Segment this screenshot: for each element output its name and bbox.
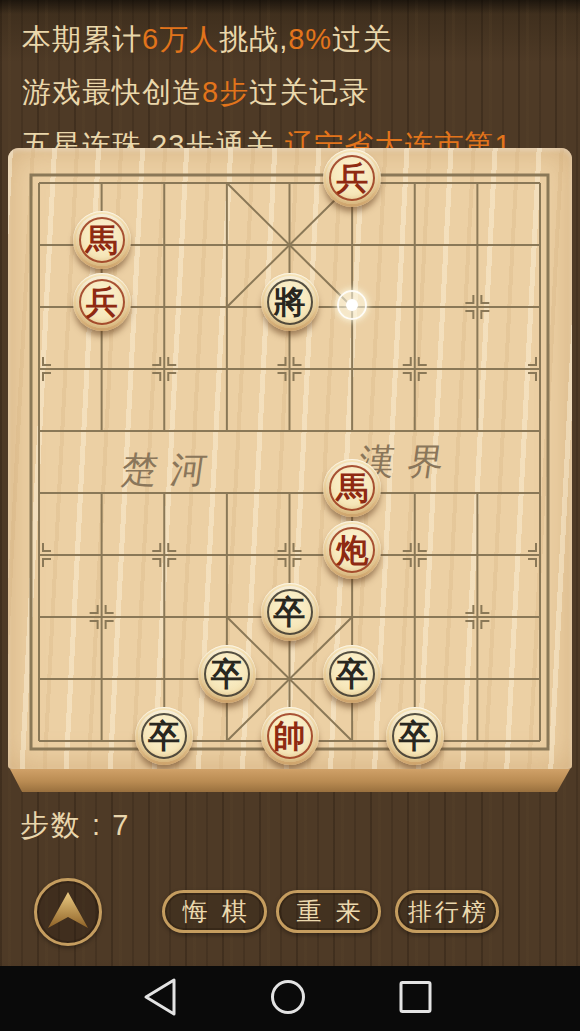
xiangqi-board[interactable]: 楚河漢界 兵 馬 兵 將 馬 [8, 148, 572, 792]
piece-black-soldier[interactable]: 卒 [261, 583, 319, 641]
piece-red-general[interactable]: 帥 [261, 707, 319, 765]
header-line-challengers: 本期累计6万人挑战,8%过关 [22, 20, 392, 60]
piece-red-soldier[interactable]: 兵 [73, 273, 131, 331]
restart-button[interactable]: 重来 [276, 890, 381, 933]
undo-move-button[interactable]: 悔棋 [162, 890, 267, 933]
piece-black-soldier[interactable]: 卒 [323, 645, 381, 703]
app-background: 本期累计6万人挑战,8%过关 游戏最快创造8步过关记录 五星连珠 23步通关 辽… [0, 0, 580, 1031]
header-text-segment: 过关 [332, 23, 392, 55]
piece-char: 兵 [323, 149, 381, 207]
header-text-segment: 挑战, [219, 23, 288, 55]
piece-red-horse[interactable]: 馬 [323, 459, 381, 517]
header-text-segment: 8% [288, 23, 332, 55]
move-counter-value: 7 [112, 809, 130, 841]
piece-black-soldier[interactable]: 卒 [135, 707, 193, 765]
header-text-segment: 6万人 [142, 23, 219, 55]
piece-char: 將 [261, 273, 319, 331]
piece-char: 卒 [386, 707, 444, 765]
piece-char: 卒 [323, 645, 381, 703]
header-text-segment: 本期累计 [22, 23, 142, 55]
android-nav-bar [0, 966, 580, 1031]
board-surface[interactable]: 楚河漢界 兵 馬 兵 將 馬 [8, 148, 572, 769]
piece-red-soldier[interactable]: 兵 [323, 149, 381, 207]
move-counter-label: 步数 : [20, 809, 102, 841]
header-text-segment: 游戏最快创造 [22, 76, 202, 108]
piece-char: 馬 [73, 211, 131, 269]
move-counter: 步数 : 7 [20, 806, 130, 846]
expand-panel-button[interactable] [34, 878, 102, 946]
piece-red-cannon[interactable]: 炮 [323, 521, 381, 579]
svg-text:楚河: 楚河 [119, 448, 223, 491]
piece-char: 炮 [323, 521, 381, 579]
piece-char: 馬 [323, 459, 381, 517]
back-icon[interactable] [146, 980, 174, 1014]
piece-black-soldier[interactable]: 卒 [386, 707, 444, 765]
piece-char: 卒 [261, 583, 319, 641]
home-icon[interactable] [273, 982, 304, 1013]
header-text-segment: 8步 [202, 76, 249, 108]
piece-black-general[interactable]: 將 [261, 273, 319, 331]
statusbar-shade [0, 0, 580, 14]
board-bevel-edge [8, 769, 572, 792]
leaderboard-button[interactable]: 排行榜 [395, 890, 499, 933]
piece-char: 卒 [198, 645, 256, 703]
header-line-record: 游戏最快创造8步过关记录 [22, 73, 369, 113]
piece-char: 帥 [261, 707, 319, 765]
recents-icon[interactable] [401, 983, 430, 1012]
piece-red-horse[interactable]: 馬 [73, 211, 131, 269]
up-arrow-logo-icon [40, 884, 96, 940]
piece-black-soldier[interactable]: 卒 [198, 645, 256, 703]
piece-char: 卒 [135, 707, 193, 765]
move-highlight-marker [337, 290, 367, 320]
header-text-segment: 过关记录 [249, 76, 369, 108]
piece-char: 兵 [73, 273, 131, 331]
